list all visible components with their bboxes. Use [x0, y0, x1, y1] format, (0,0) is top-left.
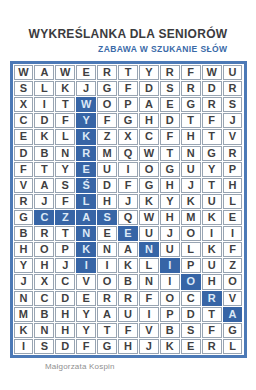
- grid-cell: B: [118, 274, 138, 289]
- grid-cell: F: [181, 65, 201, 80]
- grid-cell: F: [223, 242, 243, 257]
- grid-cell: I: [223, 226, 243, 241]
- grid-cell: I: [14, 339, 34, 354]
- grid-cell: P: [223, 162, 243, 177]
- grid-cell: F: [76, 339, 96, 354]
- grid-cell: J: [139, 339, 159, 354]
- grid-cell: G: [14, 210, 34, 225]
- grid-cell: V: [223, 291, 243, 306]
- grid-cell: T: [202, 307, 222, 322]
- grid-cell: N: [139, 242, 159, 257]
- puzzle-page: WYKREŚLANKA DLA SENIORÓW ZABAWA W SZUKAN…: [0, 0, 256, 390]
- grid-cell: L: [55, 129, 75, 144]
- grid-cell: M: [14, 307, 34, 322]
- grid-cell: Y: [55, 162, 75, 177]
- grid-cell: D: [202, 81, 222, 96]
- grid-cell: P: [118, 97, 138, 112]
- grid-cell: H: [34, 258, 54, 273]
- grid-cell: Z: [223, 258, 243, 273]
- grid-cell: F: [55, 113, 75, 128]
- grid-cell: I: [97, 258, 117, 273]
- grid-cell: G: [202, 146, 222, 161]
- grid-cell: F: [160, 129, 180, 144]
- grid-cell: S: [160, 81, 180, 96]
- grid-cell: O: [160, 291, 180, 306]
- grid-cell: I: [118, 162, 138, 177]
- grid-cell: H: [55, 307, 75, 322]
- grid-cell: J: [160, 226, 180, 241]
- grid-cell: G: [97, 81, 117, 96]
- grid-cell: E: [160, 97, 180, 112]
- grid-cell: O: [223, 274, 243, 289]
- grid-cell: H: [97, 194, 117, 209]
- grid-cell: W: [139, 210, 159, 225]
- grid-cell: N: [34, 323, 54, 338]
- word-search-board-frame: WAWERTYRFWUSLKJGFDSRDRXITWOPAEGRSCDFYFGH…: [10, 61, 247, 358]
- grid-cell: J: [223, 113, 243, 128]
- grid-cell: K: [76, 242, 96, 257]
- grid-cell: C: [181, 291, 201, 306]
- grid-cell: U: [223, 65, 243, 80]
- grid-cell: L: [223, 339, 243, 354]
- grid-cell: Y: [76, 307, 96, 322]
- grid-cell: E: [223, 210, 243, 225]
- grid-cell: C: [34, 210, 54, 225]
- grid-cell: Ś: [76, 178, 96, 193]
- grid-cell: E: [97, 226, 117, 241]
- grid-cell: F: [97, 113, 117, 128]
- grid-cell: L: [181, 242, 201, 257]
- grid-cell: U: [181, 162, 201, 177]
- grid-cell: T: [181, 113, 201, 128]
- grid-cell: R: [223, 146, 243, 161]
- title-block: WYKREŚLANKA DLA SENIORÓW ZABAWA W SZUKAN…: [29, 27, 228, 54]
- grid-cell: Y: [202, 162, 222, 177]
- grid-cell: S: [34, 339, 54, 354]
- grid-cell: F: [139, 291, 159, 306]
- grid-cell: C: [14, 113, 34, 128]
- grid-cell: E: [14, 129, 34, 144]
- grid-cell: D: [97, 178, 117, 193]
- grid-cell: M: [181, 210, 201, 225]
- grid-cell: E: [76, 291, 96, 306]
- grid-cell: K: [181, 194, 201, 209]
- grid-cell: S: [14, 81, 34, 96]
- grid-cell: R: [118, 291, 138, 306]
- grid-cell: K: [76, 129, 96, 144]
- grid-cell: K: [202, 210, 222, 225]
- grid-cell: B: [160, 323, 180, 338]
- grid-cell: N: [139, 274, 159, 289]
- grid-cell: S: [223, 97, 243, 112]
- grid-cell: A: [223, 307, 243, 322]
- grid-cell: F: [202, 113, 222, 128]
- grid-cell: N: [55, 146, 75, 161]
- grid-cell: R: [202, 339, 222, 354]
- grid-cell: J: [118, 194, 138, 209]
- grid-cell: U: [118, 307, 138, 322]
- grid-cell: J: [14, 274, 34, 289]
- page-title: WYKREŚLANKA DLA SENIORÓW: [29, 27, 228, 41]
- grid-cell: R: [97, 65, 117, 80]
- grid-cell: I: [160, 274, 180, 289]
- grid-cell: H: [139, 113, 159, 128]
- grid-cell: C: [34, 291, 54, 306]
- grid-cell: E: [76, 162, 96, 177]
- grid-cell: O: [139, 162, 159, 177]
- grid-cell: H: [202, 274, 222, 289]
- grid-cell: V: [14, 178, 34, 193]
- grid-cell: N: [97, 242, 117, 257]
- grid-cell: W: [202, 65, 222, 80]
- grid-cell: C: [139, 129, 159, 144]
- grid-cell: E: [181, 339, 201, 354]
- grid-cell: P: [160, 307, 180, 322]
- grid-cell: D: [181, 307, 201, 322]
- grid-cell: R: [202, 97, 222, 112]
- grid-cell: A: [76, 210, 96, 225]
- grid-cell: U: [160, 242, 180, 257]
- grid-cell: N: [181, 146, 201, 161]
- grid-cell: R: [14, 194, 34, 209]
- grid-cell: V: [139, 323, 159, 338]
- grid-cell: H: [55, 323, 75, 338]
- grid-cell: R: [202, 291, 222, 306]
- grid-cell: W: [55, 65, 75, 80]
- grid-cell: N: [76, 226, 96, 241]
- grid-cell: H: [181, 129, 201, 144]
- grid-cell: G: [118, 113, 138, 128]
- grid-cell: A: [34, 178, 54, 193]
- grid-cell: H: [223, 178, 243, 193]
- grid-cell: I: [160, 258, 180, 273]
- grid-cell: P: [55, 242, 75, 257]
- grid-cell: I: [34, 97, 54, 112]
- grid-cell: R: [34, 226, 54, 241]
- grid-cell: I: [76, 258, 96, 273]
- grid-cell: B: [34, 146, 54, 161]
- grid-cell: T: [160, 146, 180, 161]
- grid-cell: R: [181, 81, 201, 96]
- grid-cell: G: [160, 162, 180, 177]
- word-search-grid: WAWERTYRFWUSLKJGFDSRDRXITWOPAEGRSCDFYFGH…: [14, 65, 243, 354]
- grid-cell: D: [160, 113, 180, 128]
- grid-cell: U: [202, 258, 222, 273]
- grid-cell: T: [202, 129, 222, 144]
- grid-cell: Q: [118, 210, 138, 225]
- grid-cell: L: [223, 194, 243, 209]
- grid-cell: H: [160, 210, 180, 225]
- grid-cell: K: [139, 194, 159, 209]
- grid-cell: B: [34, 307, 54, 322]
- grid-cell: I: [202, 226, 222, 241]
- grid-cell: G: [181, 97, 201, 112]
- grid-cell: D: [55, 291, 75, 306]
- grid-cell: I: [139, 307, 159, 322]
- grid-cell: A: [34, 65, 54, 80]
- header: WYKREŚLANKA DLA SENIORÓW ZABAWA W SZUKAN…: [0, 0, 256, 54]
- grid-cell: V: [76, 274, 96, 289]
- grid-cell: U: [97, 162, 117, 177]
- grid-cell: R: [76, 146, 96, 161]
- grid-cell: D: [34, 113, 54, 128]
- grid-cell: U: [139, 226, 159, 241]
- grid-cell: T: [118, 65, 138, 80]
- grid-cell: H: [118, 339, 138, 354]
- page-subtitle: ZABAWA W SZUKANIE SŁÓW: [29, 44, 228, 54]
- grid-cell: A: [97, 307, 117, 322]
- grid-cell: O: [181, 274, 201, 289]
- grid-cell: D: [55, 339, 75, 354]
- grid-cell: J: [181, 178, 201, 193]
- grid-cell: G: [139, 178, 159, 193]
- grid-cell: F: [118, 81, 138, 96]
- grid-cell: X: [118, 129, 138, 144]
- grid-cell: J: [76, 81, 96, 96]
- grid-cell: K: [118, 258, 138, 273]
- grid-cell: K: [55, 81, 75, 96]
- grid-cell: W: [139, 146, 159, 161]
- grid-cell: K: [202, 242, 222, 257]
- grid-cell: Q: [118, 146, 138, 161]
- grid-cell: P: [181, 258, 201, 273]
- grid-cell: E: [76, 65, 96, 80]
- grid-cell: G: [97, 339, 117, 354]
- grid-cell: A: [118, 242, 138, 257]
- grid-cell: O: [181, 226, 201, 241]
- grid-cell: L: [139, 258, 159, 273]
- author-credit: Małgorzata Kospin: [45, 362, 256, 371]
- grid-cell: R: [97, 291, 117, 306]
- grid-cell: F: [14, 162, 34, 177]
- grid-cell: W: [76, 97, 96, 112]
- grid-cell: Y: [14, 258, 34, 273]
- grid-cell: K: [14, 323, 34, 338]
- grid-cell: Y: [76, 113, 96, 128]
- grid-cell: T: [55, 97, 75, 112]
- grid-cell: O: [34, 242, 54, 257]
- grid-cell: Z: [97, 129, 117, 144]
- grid-cell: L: [76, 194, 96, 209]
- grid-cell: E: [118, 226, 138, 241]
- grid-cell: J: [34, 194, 54, 209]
- grid-cell: T: [202, 178, 222, 193]
- grid-cell: Y: [76, 323, 96, 338]
- grid-cell: O: [97, 274, 117, 289]
- grid-cell: C: [55, 274, 75, 289]
- grid-cell: D: [139, 81, 159, 96]
- grid-cell: T: [97, 323, 117, 338]
- grid-cell: Z: [55, 210, 75, 225]
- grid-cell: F: [202, 323, 222, 338]
- grid-cell: G: [223, 323, 243, 338]
- grid-cell: D: [14, 146, 34, 161]
- grid-cell: T: [55, 226, 75, 241]
- grid-cell: Y: [160, 194, 180, 209]
- grid-cell: K: [160, 339, 180, 354]
- grid-cell: S: [55, 178, 75, 193]
- grid-cell: X: [14, 97, 34, 112]
- grid-cell: H: [160, 178, 180, 193]
- grid-cell: V: [223, 129, 243, 144]
- grid-cell: F: [118, 178, 138, 193]
- grid-cell: A: [139, 97, 159, 112]
- grid-cell: B: [14, 226, 34, 241]
- grid-cell: H: [14, 242, 34, 257]
- grid-cell: T: [34, 162, 54, 177]
- grid-cell: R: [160, 65, 180, 80]
- grid-cell: J: [55, 258, 75, 273]
- grid-cell: R: [223, 81, 243, 96]
- grid-cell: O: [97, 97, 117, 112]
- grid-cell: L: [34, 81, 54, 96]
- grid-cell: N: [14, 291, 34, 306]
- grid-cell: W: [14, 65, 34, 80]
- grid-cell: X: [34, 274, 54, 289]
- grid-cell: U: [202, 194, 222, 209]
- grid-cell: Y: [139, 65, 159, 80]
- grid-cell: S: [181, 323, 201, 338]
- grid-cell: S: [97, 210, 117, 225]
- grid-cell: F: [55, 194, 75, 209]
- grid-cell: K: [34, 129, 54, 144]
- grid-cell: F: [118, 323, 138, 338]
- grid-cell: M: [97, 146, 117, 161]
